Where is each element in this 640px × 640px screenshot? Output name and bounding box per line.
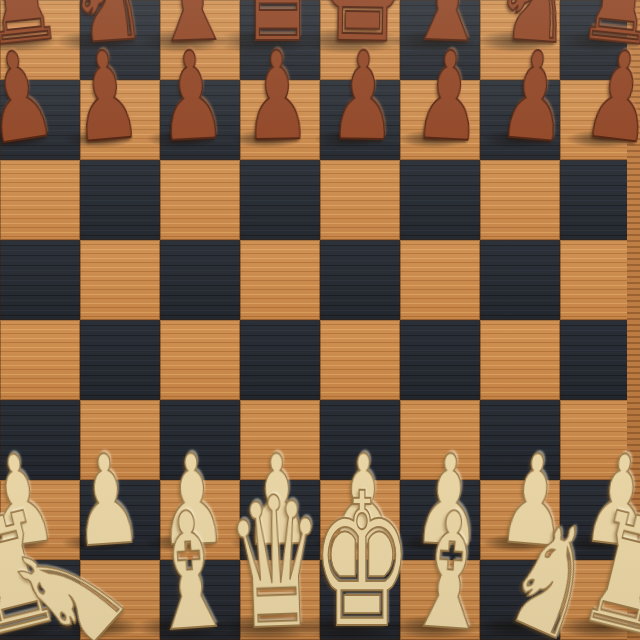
pawn-glyph: ♟ [579,33,640,162]
pieces-layer: ♜♞♝♛♚♝♞♜♟♟♟♟♟♟♟♟♟♟♟♟♟♟♟♟♜♞♝♛♚♝♞♜ [0,0,640,640]
chess-photo-stage: ♜♞♝♛♚♝♞♜♟♟♟♟♟♟♟♟♟♟♟♟♟♟♟♟♜♞♝♛♚♝♞♜ Wooden … [0,0,640,640]
pawn-glyph: ♟ [68,34,145,161]
black-pawn-g7-icon[interactable]: ♟ [485,44,575,144]
black-pawn-d7-icon[interactable]: ♟ [233,44,323,144]
pawn-glyph: ♟ [243,36,311,159]
black-pawn-b7-icon[interactable]: ♟ [65,44,155,144]
black-pawn-f7-icon[interactable]: ♟ [401,44,491,144]
rook-glyph: ♜ [568,488,640,640]
pawn-glyph: ♟ [155,35,228,160]
black-pawn-c7-icon[interactable]: ♟ [149,44,239,144]
black-pawn-a7-icon[interactable]: ♟ [0,44,71,144]
pawn-glyph: ♟ [412,35,485,160]
pawn-glyph: ♟ [496,34,573,161]
white-rook-h1-icon[interactable]: ♜ [557,504,640,632]
black-pawn-h7-icon[interactable]: ♟ [569,44,640,144]
pawn-glyph: ♟ [0,33,61,164]
black-pawn-e7-icon[interactable]: ♟ [317,44,407,144]
pawn-glyph: ♟ [329,36,397,159]
